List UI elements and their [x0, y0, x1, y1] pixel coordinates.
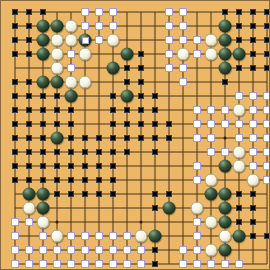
white-territory-marker: [207, 106, 215, 114]
white-territory-marker: [263, 120, 270, 128]
white-territory-marker: [193, 134, 201, 142]
white-territory-marker: [179, 78, 187, 86]
black-stone: [219, 202, 232, 215]
white-territory-marker: [193, 36, 201, 44]
black-territory-marker: [250, 51, 256, 57]
white-territory-marker: [249, 148, 257, 156]
black-territory-marker: [82, 191, 88, 197]
black-territory-marker: [26, 135, 32, 141]
black-territory-marker: [54, 191, 60, 197]
white-territory-marker: [11, 232, 19, 240]
white-territory-marker: [207, 120, 215, 128]
black-territory-marker: [82, 135, 88, 141]
white-stone: [107, 34, 120, 47]
black-territory-marker: [236, 219, 242, 225]
white-territory-marker: [53, 260, 61, 268]
black-territory-marker: [138, 51, 144, 57]
white-stone: [191, 202, 204, 215]
black-territory-marker: [250, 191, 256, 197]
black-territory-marker: [138, 121, 144, 127]
black-stone: [219, 48, 232, 61]
black-territory-marker: [138, 79, 144, 85]
black-stone: [37, 202, 50, 215]
white-territory-marker: [263, 134, 270, 142]
black-territory-marker: [96, 163, 102, 169]
black-territory-marker: [124, 65, 130, 71]
black-territory-marker: [222, 79, 228, 85]
black-territory-marker: [12, 177, 18, 183]
black-stone: [121, 90, 134, 103]
white-territory-marker: [137, 260, 145, 268]
black-stone: [37, 34, 50, 47]
white-territory-marker: [249, 134, 257, 142]
white-territory-marker: [137, 246, 145, 254]
black-territory-marker: [96, 149, 102, 155]
black-territory-marker: [124, 149, 130, 155]
white-territory-marker: [25, 246, 33, 254]
white-territory-marker: [249, 162, 257, 170]
white-territory-marker: [221, 148, 229, 156]
white-territory-marker: [179, 246, 187, 254]
white-stone: [247, 174, 260, 187]
black-territory-marker: [152, 107, 158, 113]
black-territory-marker: [236, 37, 242, 43]
white-stone: [23, 202, 36, 215]
black-territory-marker: [152, 191, 158, 197]
black-territory-marker: [138, 107, 144, 113]
white-territory-marker: [249, 120, 257, 128]
white-territory-marker: [179, 64, 187, 72]
black-territory-marker: [54, 177, 60, 183]
white-stone: [51, 230, 64, 243]
black-territory-marker: [40, 93, 46, 99]
black-territory-marker: [236, 191, 242, 197]
white-territory-marker: [263, 162, 270, 170]
black-territory-marker: [166, 121, 172, 127]
black-stone: [51, 20, 64, 33]
black-territory-marker: [26, 121, 32, 127]
white-territory-marker: [221, 106, 229, 114]
white-territory-marker: [193, 260, 201, 268]
black-territory-marker: [152, 261, 158, 267]
black-territory-marker: [250, 37, 256, 43]
white-territory-marker: [81, 232, 89, 240]
black-territory-marker: [12, 9, 18, 15]
white-territory-marker: [193, 218, 201, 226]
black-territory-marker: [26, 107, 32, 113]
white-territory-marker: [207, 134, 215, 142]
white-territory-marker: [193, 120, 201, 128]
white-territory-marker: [81, 22, 89, 30]
black-territory-marker: [124, 121, 130, 127]
black-stone: [51, 76, 64, 89]
black-territory-marker: [110, 177, 116, 183]
white-territory-marker: [95, 22, 103, 30]
black-territory-marker: [26, 37, 32, 43]
white-territory-marker: [67, 260, 75, 268]
white-territory-marker: [179, 260, 187, 268]
white-territory-marker: [193, 162, 201, 170]
white-territory-marker: [263, 176, 270, 184]
black-territory-marker: [12, 79, 18, 85]
black-territory-marker: [124, 79, 130, 85]
black-territory-marker: [264, 233, 270, 239]
black-stone: [51, 132, 64, 145]
white-territory-marker: [95, 246, 103, 254]
black-territory-marker: [222, 9, 228, 15]
black-territory-marker: [82, 163, 88, 169]
black-stone: [219, 216, 232, 229]
black-territory-marker: [166, 191, 172, 197]
black-stone: [107, 62, 120, 75]
white-territory-marker: [81, 8, 89, 16]
white-territory-marker: [82, 37, 89, 44]
black-territory-marker: [68, 121, 74, 127]
black-territory-marker: [26, 23, 32, 29]
black-territory-marker: [54, 93, 60, 99]
white-territory-marker: [235, 134, 243, 142]
black-territory-marker: [12, 149, 18, 155]
black-territory-marker: [68, 177, 74, 183]
white-territory-marker: [81, 246, 89, 254]
white-stone: [205, 174, 218, 187]
black-territory-marker: [54, 121, 60, 127]
white-territory-marker: [39, 246, 47, 254]
white-territory-marker: [207, 260, 215, 268]
black-territory-marker: [110, 107, 116, 113]
black-territory-marker: [250, 219, 256, 225]
black-stone: [37, 188, 50, 201]
white-territory-marker: [109, 232, 117, 240]
black-territory-marker: [40, 149, 46, 155]
black-territory-marker: [250, 9, 256, 15]
black-territory-marker: [54, 107, 60, 113]
black-stone: [219, 160, 232, 173]
black-territory-marker: [236, 205, 242, 211]
white-territory-marker: [165, 50, 173, 58]
black-stone: [233, 230, 246, 243]
black-territory-marker: [236, 23, 242, 29]
white-stone: [135, 230, 148, 243]
white-territory-marker: [235, 92, 243, 100]
white-territory-marker: [95, 232, 103, 240]
white-stone: [219, 230, 232, 243]
star-point: [56, 221, 59, 224]
white-territory-marker: [235, 120, 243, 128]
white-territory-marker: [11, 246, 19, 254]
black-territory-marker: [68, 107, 74, 113]
black-stone: [219, 34, 232, 47]
white-territory-marker: [67, 232, 75, 240]
white-stone: [205, 216, 218, 229]
black-stone: [163, 202, 176, 215]
white-territory-marker: [39, 260, 47, 268]
black-territory-marker: [12, 37, 18, 43]
black-territory-marker: [236, 9, 242, 15]
black-territory-marker: [96, 135, 102, 141]
black-territory-marker: [12, 135, 18, 141]
white-stone: [65, 20, 78, 33]
white-territory-marker: [221, 120, 229, 128]
white-territory-marker: [53, 246, 61, 254]
white-territory-marker: [263, 106, 270, 114]
black-territory-marker: [40, 107, 46, 113]
black-territory-marker: [110, 163, 116, 169]
black-territory-marker: [40, 9, 46, 15]
black-territory-marker: [26, 51, 32, 57]
white-territory-marker: [193, 232, 201, 240]
black-territory-marker: [152, 121, 158, 127]
white-territory-marker: [207, 148, 215, 156]
white-territory-marker: [165, 22, 173, 30]
black-territory-marker: [12, 107, 18, 113]
black-territory-marker: [12, 51, 18, 57]
black-territory-marker: [110, 191, 116, 197]
black-territory-marker: [26, 9, 32, 15]
black-territory-marker: [68, 191, 74, 197]
white-stone: [205, 244, 218, 257]
black-stone: [205, 188, 218, 201]
black-territory-marker: [26, 79, 32, 85]
black-territory-marker: [152, 205, 158, 211]
black-territory-marker: [264, 37, 270, 43]
white-territory-marker: [165, 36, 173, 44]
white-territory-marker: [263, 148, 270, 156]
white-stone: [177, 48, 190, 61]
black-stone: [23, 188, 36, 201]
white-territory-marker: [81, 260, 89, 268]
white-stone: [51, 62, 64, 75]
black-territory-marker: [12, 23, 18, 29]
white-territory-marker: [123, 260, 131, 268]
black-territory-marker: [110, 149, 116, 155]
white-territory-marker: [193, 106, 201, 114]
black-territory-marker: [138, 93, 144, 99]
white-territory-marker: [263, 92, 270, 100]
white-territory-marker: [95, 260, 103, 268]
black-territory-marker: [250, 233, 256, 239]
white-territory-marker: [235, 260, 243, 268]
white-territory-marker: [179, 8, 187, 16]
white-territory-marker: [95, 36, 103, 44]
black-territory-marker: [264, 9, 270, 15]
black-territory-marker: [152, 135, 158, 141]
black-stone: [233, 48, 246, 61]
star-point: [224, 137, 227, 140]
white-stone: [65, 76, 78, 89]
black-territory-marker: [26, 163, 32, 169]
black-stone: [219, 62, 232, 75]
black-stone: [37, 48, 50, 61]
white-stone: [51, 48, 64, 61]
go-board[interactable]: [0, 0, 270, 270]
white-territory-marker: [165, 64, 173, 72]
black-territory-marker: [152, 247, 158, 253]
white-territory-marker: [109, 22, 117, 30]
black-territory-marker: [40, 135, 46, 141]
black-stone: [121, 48, 134, 61]
white-stone: [79, 48, 92, 61]
black-stone: [219, 244, 232, 257]
black-territory-marker: [54, 149, 60, 155]
white-territory-marker: [109, 260, 117, 268]
black-territory-marker: [250, 23, 256, 29]
black-territory-marker: [12, 121, 18, 127]
black-stone: [219, 20, 232, 33]
black-territory-marker: [68, 149, 74, 155]
black-territory-marker: [166, 135, 172, 141]
black-territory-marker: [152, 149, 158, 155]
black-territory-marker: [138, 135, 144, 141]
black-stone: [219, 188, 232, 201]
black-territory-marker: [250, 65, 256, 71]
white-territory-marker: [109, 246, 117, 254]
white-stone: [79, 76, 92, 89]
black-stone: [37, 20, 50, 33]
white-territory-marker: [67, 50, 75, 58]
dead-black-stone: [79, 34, 92, 47]
black-territory-marker: [110, 135, 116, 141]
black-territory-marker: [264, 51, 270, 57]
black-territory-marker: [54, 163, 60, 169]
black-territory-marker: [264, 65, 270, 71]
black-territory-marker: [26, 177, 32, 183]
white-stone: [233, 104, 246, 117]
black-territory-marker: [68, 135, 74, 141]
white-territory-marker: [95, 8, 103, 16]
white-territory-marker: [193, 50, 201, 58]
black-territory-marker: [152, 93, 158, 99]
black-territory-marker: [110, 121, 116, 127]
black-territory-marker: [82, 149, 88, 155]
white-stone: [205, 48, 218, 61]
white-territory-marker: [165, 8, 173, 16]
black-territory-marker: [12, 163, 18, 169]
white-territory-marker: [193, 246, 201, 254]
white-territory-marker: [39, 232, 47, 240]
black-territory-marker: [96, 177, 102, 183]
white-territory-marker: [249, 92, 257, 100]
black-territory-marker: [236, 65, 242, 71]
white-territory-marker: [109, 8, 117, 16]
black-territory-marker: [12, 93, 18, 99]
white-territory-marker: [179, 36, 187, 44]
white-territory-marker: [249, 106, 257, 114]
white-territory-marker: [193, 176, 201, 184]
black-territory-marker: [110, 93, 116, 99]
white-stone: [233, 160, 246, 173]
white-territory-marker: [25, 218, 33, 226]
white-stone: [37, 216, 50, 229]
black-territory-marker: [250, 205, 256, 211]
black-territory-marker: [40, 177, 46, 183]
white-territory-marker: [25, 260, 33, 268]
star-point: [140, 221, 143, 224]
white-territory-marker: [11, 218, 19, 226]
white-territory-marker: [67, 64, 75, 72]
black-stone: [149, 230, 162, 243]
white-stone: [65, 34, 78, 47]
white-stone: [51, 34, 64, 47]
black-territory-marker: [124, 107, 130, 113]
white-territory-marker: [179, 22, 187, 30]
white-territory-marker: [67, 246, 75, 254]
white-territory-marker: [123, 232, 131, 240]
black-stone: [37, 76, 50, 89]
black-territory-marker: [40, 163, 46, 169]
black-territory-marker: [96, 191, 102, 197]
black-territory-marker: [68, 163, 74, 169]
black-territory-marker: [138, 65, 144, 71]
black-territory-marker: [82, 177, 88, 183]
black-territory-marker: [40, 121, 46, 127]
white-stone: [205, 34, 218, 47]
black-stone: [65, 90, 78, 103]
white-territory-marker: [11, 260, 19, 268]
black-territory-marker: [124, 135, 130, 141]
white-stone: [233, 146, 246, 159]
black-territory-marker: [26, 149, 32, 155]
white-territory-marker: [123, 246, 131, 254]
black-territory-marker: [264, 23, 270, 29]
white-territory-marker: [221, 260, 229, 268]
black-territory-marker: [26, 93, 32, 99]
